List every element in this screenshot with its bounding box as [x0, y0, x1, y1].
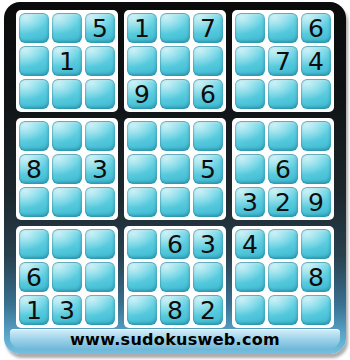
cell-r6c4[interactable] — [127, 187, 157, 217]
cell-r7c6[interactable]: 3 — [193, 229, 223, 259]
cell-r2c5[interactable] — [160, 46, 190, 76]
cell-r1c1[interactable] — [19, 13, 49, 43]
cell-r4c3[interactable] — [85, 121, 115, 151]
cell-r9c7[interactable] — [235, 295, 265, 325]
cell-r5c6[interactable]: 5 — [193, 154, 223, 184]
cell-r1c7[interactable] — [235, 13, 265, 43]
cell-r9c8[interactable] — [268, 295, 298, 325]
cell-r6c8[interactable]: 2 — [268, 187, 298, 217]
cell-r4c9[interactable] — [301, 121, 331, 151]
box-r0c0: 51 — [16, 10, 118, 112]
cell-r1c9[interactable]: 6 — [301, 13, 331, 43]
cell-r8c7[interactable] — [235, 262, 265, 292]
cell-r4c6[interactable] — [193, 121, 223, 151]
cell-r7c2[interactable] — [52, 229, 82, 259]
cell-r5c5[interactable] — [160, 154, 190, 184]
cell-r1c3[interactable]: 5 — [85, 13, 115, 43]
cell-r7c7[interactable]: 4 — [235, 229, 265, 259]
cell-r5c3[interactable]: 3 — [85, 154, 115, 184]
box-r2c0: 613 — [16, 226, 118, 328]
cell-r4c8[interactable] — [268, 121, 298, 151]
cell-r2c4[interactable] — [127, 46, 157, 76]
cell-r8c6[interactable] — [193, 262, 223, 292]
box-r0c1: 1796 — [124, 10, 226, 112]
box-r1c2: 6329 — [232, 118, 334, 220]
cell-r8c8[interactable] — [268, 262, 298, 292]
cell-r1c8[interactable] — [268, 13, 298, 43]
cell-r2c2[interactable]: 1 — [52, 46, 82, 76]
cell-r8c4[interactable] — [127, 262, 157, 292]
cell-r3c7[interactable] — [235, 79, 265, 109]
cell-r8c5[interactable] — [160, 262, 190, 292]
cell-r4c1[interactable] — [19, 121, 49, 151]
cell-r4c2[interactable] — [52, 121, 82, 151]
cell-r6c9[interactable]: 9 — [301, 187, 331, 217]
cell-r2c9[interactable]: 4 — [301, 46, 331, 76]
box-r0c2: 674 — [232, 10, 334, 112]
cell-r3c1[interactable] — [19, 79, 49, 109]
cell-r4c7[interactable] — [235, 121, 265, 151]
cell-r5c7[interactable] — [235, 154, 265, 184]
cell-r7c4[interactable] — [127, 229, 157, 259]
box-r1c0: 83 — [16, 118, 118, 220]
sudoku-frame: 5117966748356329613638248 www.sudokusweb… — [4, 2, 346, 354]
cell-r2c8[interactable]: 7 — [268, 46, 298, 76]
cell-r9c2[interactable]: 3 — [52, 295, 82, 325]
cell-r7c9[interactable] — [301, 229, 331, 259]
cell-r4c4[interactable] — [127, 121, 157, 151]
cell-r2c6[interactable] — [193, 46, 223, 76]
cell-r6c5[interactable] — [160, 187, 190, 217]
cell-r2c3[interactable] — [85, 46, 115, 76]
cell-r3c5[interactable] — [160, 79, 190, 109]
cell-r6c3[interactable] — [85, 187, 115, 217]
cell-r9c3[interactable] — [85, 295, 115, 325]
sudoku-board: 5117966748356329613638248 — [16, 10, 334, 328]
cell-r1c4[interactable]: 1 — [127, 13, 157, 43]
box-r2c2: 48 — [232, 226, 334, 328]
cell-r1c2[interactable] — [52, 13, 82, 43]
cell-r7c3[interactable] — [85, 229, 115, 259]
cell-r8c3[interactable] — [85, 262, 115, 292]
cell-r5c9[interactable] — [301, 154, 331, 184]
cell-r3c4[interactable]: 9 — [127, 79, 157, 109]
box-r1c1: 5 — [124, 118, 226, 220]
sudokusweb-link[interactable]: www.sudokusweb.com — [70, 330, 280, 349]
cell-r9c4[interactable] — [127, 295, 157, 325]
cell-r9c9[interactable] — [301, 295, 331, 325]
cell-r3c9[interactable] — [301, 79, 331, 109]
cell-r3c3[interactable] — [85, 79, 115, 109]
cell-r5c1[interactable]: 8 — [19, 154, 49, 184]
cell-r4c5[interactable] — [160, 121, 190, 151]
cell-r3c8[interactable] — [268, 79, 298, 109]
cell-r3c2[interactable] — [52, 79, 82, 109]
cell-r5c2[interactable] — [52, 154, 82, 184]
cell-r7c8[interactable] — [268, 229, 298, 259]
cell-r6c7[interactable]: 3 — [235, 187, 265, 217]
cell-r1c6[interactable]: 7 — [193, 13, 223, 43]
cell-r5c4[interactable] — [127, 154, 157, 184]
cell-r8c9[interactable]: 8 — [301, 262, 331, 292]
cell-r2c7[interactable] — [235, 46, 265, 76]
cell-r3c6[interactable]: 6 — [193, 79, 223, 109]
cell-r8c2[interactable] — [52, 262, 82, 292]
cell-r8c1[interactable]: 6 — [19, 262, 49, 292]
box-r2c1: 6382 — [124, 226, 226, 328]
cell-r9c1[interactable]: 1 — [19, 295, 49, 325]
cell-r1c5[interactable] — [160, 13, 190, 43]
cell-r6c6[interactable] — [193, 187, 223, 217]
cell-r5c8[interactable]: 6 — [268, 154, 298, 184]
footer-band: www.sudokusweb.com — [10, 329, 340, 350]
cell-r6c2[interactable] — [52, 187, 82, 217]
cell-r7c5[interactable]: 6 — [160, 229, 190, 259]
cell-r6c1[interactable] — [19, 187, 49, 217]
cell-r9c6[interactable]: 2 — [193, 295, 223, 325]
cell-r2c1[interactable] — [19, 46, 49, 76]
cell-r9c5[interactable]: 8 — [160, 295, 190, 325]
cell-r7c1[interactable] — [19, 229, 49, 259]
